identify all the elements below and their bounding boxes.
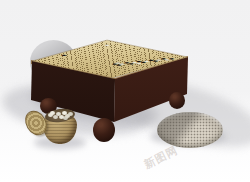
straw-cushion-front [157,112,223,148]
go-stone-black[interactable]: ● [60,54,68,56]
go-stone-black[interactable]: ● [168,58,176,60]
go-board-photo-scene: ●●●●●●●●●●●●●●●●●●● 新图网 [0,0,250,182]
goban-leg-front [93,118,115,142]
goban-leg-right [169,92,185,109]
white-stones-in-bowl [50,111,55,115]
watermark-text: 新图网 [142,143,181,173]
go-stone-white[interactable]: ● [104,44,112,46]
